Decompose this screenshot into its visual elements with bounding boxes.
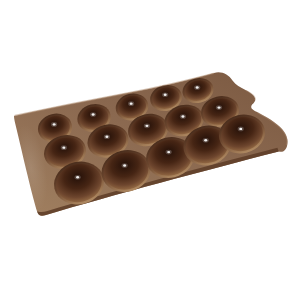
cavity-sparkle: [130, 102, 133, 104]
cavity-sparkle: [164, 94, 167, 96]
cavity-sparkle: [181, 115, 184, 117]
cavity-sparkle: [167, 151, 170, 153]
cavity-sparkle: [105, 136, 108, 138]
chocolate-mold-illustration: [0, 0, 300, 300]
cavity-sparkle: [76, 176, 79, 178]
cavity-sparkle: [53, 123, 56, 125]
cavity-sparkle: [145, 125, 148, 127]
cavity-sparkle: [196, 86, 199, 88]
cavity-sparkle: [239, 128, 242, 130]
cavity-sparkle: [217, 106, 220, 108]
product-photo: [0, 0, 300, 300]
cavity-sparkle: [62, 146, 65, 148]
cavity-sparkle: [204, 139, 207, 141]
cavity-sparkle: [123, 164, 126, 166]
cavity-sparkle: [92, 113, 95, 115]
